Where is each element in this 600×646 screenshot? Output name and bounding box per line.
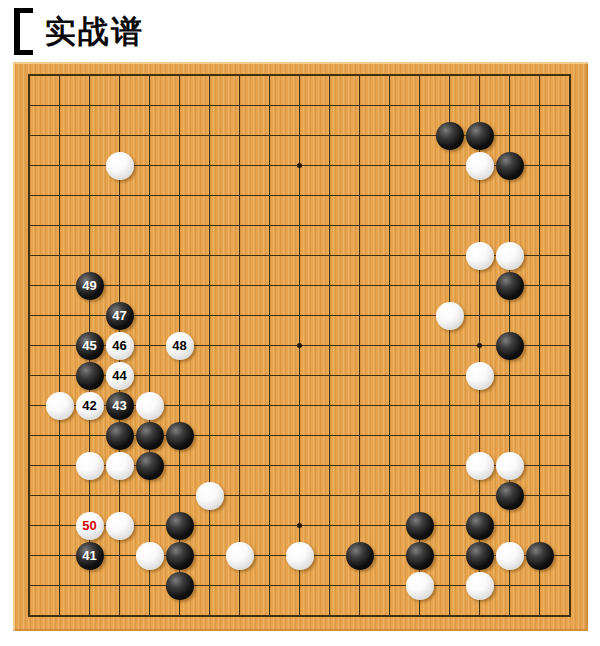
stone-white-G5	[196, 482, 224, 510]
stone-white-Q6	[466, 452, 494, 480]
stone-black-O3	[406, 542, 434, 570]
stone-black-D8: 43	[106, 392, 134, 420]
move-number: 47	[112, 309, 126, 322]
move-number: 44	[112, 369, 126, 382]
diagram-header: 实战谱	[14, 6, 144, 56]
stone-black-Q17	[466, 122, 494, 150]
move-number: 43	[112, 399, 126, 412]
move-number: 42	[82, 399, 96, 412]
stone-white-D9: 44	[106, 362, 134, 390]
move-number: 41	[82, 549, 96, 562]
stone-black-F7	[166, 422, 194, 450]
stone-black-E7	[136, 422, 164, 450]
stone-white-Q9	[466, 362, 494, 390]
move-number: 49	[82, 279, 96, 292]
star-point	[297, 523, 302, 528]
stone-black-P17	[436, 122, 464, 150]
stone-white-Q16	[466, 152, 494, 180]
go-board: 49474543414648444250	[13, 62, 588, 631]
stone-black-D7	[106, 422, 134, 450]
stone-white-O2	[406, 572, 434, 600]
stone-black-F4	[166, 512, 194, 540]
stone-white-R13	[496, 242, 524, 270]
stone-white-P11	[436, 302, 464, 330]
star-point	[297, 343, 302, 348]
stone-black-R12	[496, 272, 524, 300]
stone-white-C4: 50	[76, 512, 104, 540]
stone-white-K3	[286, 542, 314, 570]
stone-white-C8: 42	[76, 392, 104, 420]
star-point	[297, 163, 302, 168]
stone-white-C6	[76, 452, 104, 480]
star-point	[477, 343, 482, 348]
stone-white-E3	[136, 542, 164, 570]
stone-white-D10: 46	[106, 332, 134, 360]
stone-black-S3	[526, 542, 554, 570]
stone-white-D4	[106, 512, 134, 540]
stone-white-H3	[226, 542, 254, 570]
stone-white-R3	[496, 542, 524, 570]
stone-white-D6	[106, 452, 134, 480]
stone-black-M3	[346, 542, 374, 570]
stone-white-B8	[46, 392, 74, 420]
stone-white-D16	[106, 152, 134, 180]
stone-black-C3: 41	[76, 542, 104, 570]
page-title: 实战谱	[45, 16, 144, 47]
stone-black-R10	[496, 332, 524, 360]
move-number: 46	[112, 339, 126, 352]
stone-black-F3	[166, 542, 194, 570]
stone-black-Q4	[466, 512, 494, 540]
bracket-icon	[14, 8, 33, 55]
stone-white-Q2	[466, 572, 494, 600]
stone-black-D11: 47	[106, 302, 134, 330]
stone-black-C10: 45	[76, 332, 104, 360]
stone-white-E8	[136, 392, 164, 420]
stone-white-R6	[496, 452, 524, 480]
board-grid: 49474543414648444250	[28, 74, 571, 617]
move-number: 50	[82, 519, 96, 532]
stone-black-R16	[496, 152, 524, 180]
stone-black-Q3	[466, 542, 494, 570]
move-number: 45	[82, 339, 96, 352]
stone-black-C12: 49	[76, 272, 104, 300]
stone-black-F2	[166, 572, 194, 600]
stone-black-E6	[136, 452, 164, 480]
stone-black-R5	[496, 482, 524, 510]
stone-black-O4	[406, 512, 434, 540]
move-number: 48	[172, 339, 186, 352]
stone-white-Q13	[466, 242, 494, 270]
stone-black-C9	[76, 362, 104, 390]
stone-white-F10: 48	[166, 332, 194, 360]
